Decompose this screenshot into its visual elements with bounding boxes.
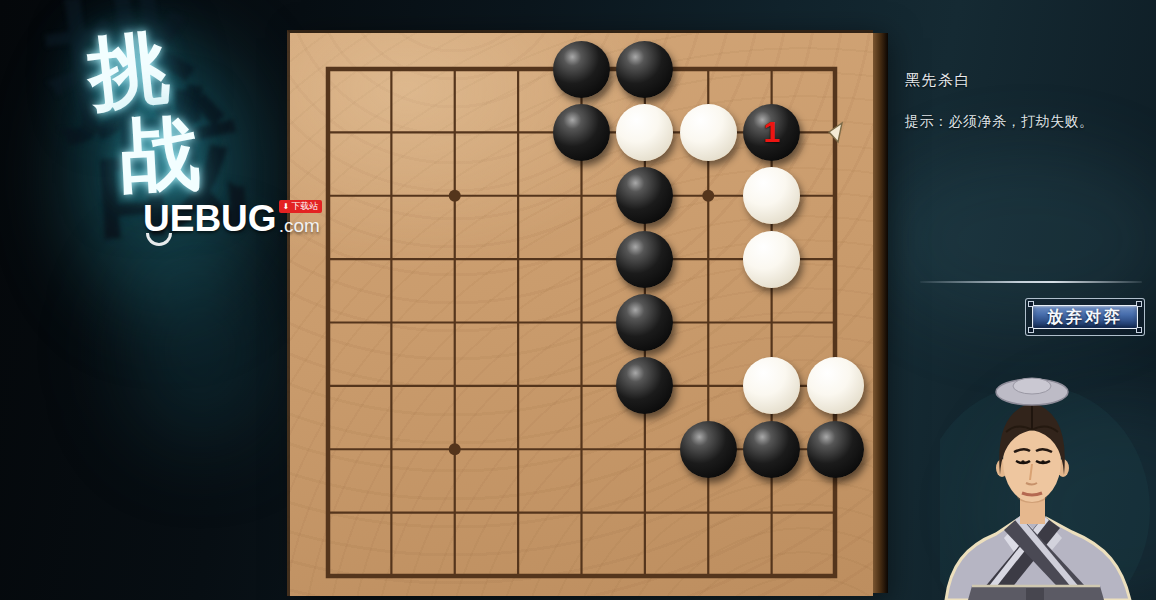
white-stone-G8 <box>680 104 737 161</box>
white-stone-H7 <box>743 167 800 224</box>
calligraphy-glow-char: 挑 <box>84 26 172 114</box>
game-screen: 挑 战 挑 战 UEBUG ⬇下载站 .com 1 黑先杀白 提示：必须净杀，打… <box>0 0 1156 600</box>
resign-button-label: 放弃对弈 <box>1032 305 1138 329</box>
watermark-name: UEBUG <box>143 200 277 237</box>
last-move-marker: 1 <box>743 104 800 161</box>
puzzle-title: 黑先杀白 <box>905 71 971 90</box>
black-stone-F6 <box>616 231 673 288</box>
board-side-edge <box>873 33 888 593</box>
watermark-suffix: .com <box>279 216 320 235</box>
go-board[interactable]: 1 <box>287 30 873 596</box>
cursor-arrow <box>827 121 845 149</box>
white-stone-J4 <box>807 357 864 414</box>
download-arrow-icon: ⬇ <box>283 200 290 213</box>
white-stone-F8 <box>616 104 673 161</box>
black-stone-F9 <box>616 41 673 98</box>
black-stone-F5 <box>616 294 673 351</box>
black-stone-H3 <box>743 421 800 478</box>
resign-button[interactable]: 放弃对弈 <box>1025 298 1145 336</box>
download-badge: ⬇下载站 <box>279 200 323 213</box>
black-stone-G3 <box>680 421 737 478</box>
puzzle-hint: 提示：必须净杀，打劫失败。 <box>905 113 1094 131</box>
white-stone-H6 <box>743 231 800 288</box>
black-stone-H8: 1 <box>743 104 800 161</box>
calligraphy-glow-char: 战 <box>118 112 202 196</box>
panel-divider <box>920 281 1142 283</box>
character-portrait <box>940 360 1156 600</box>
black-stone-E9 <box>553 41 610 98</box>
download-badge-label: 下载站 <box>291 200 318 213</box>
black-stone-E8 <box>553 104 610 161</box>
uebug-watermark: UEBUG ⬇下载站 .com <box>143 200 322 237</box>
black-stone-J3 <box>807 421 864 478</box>
